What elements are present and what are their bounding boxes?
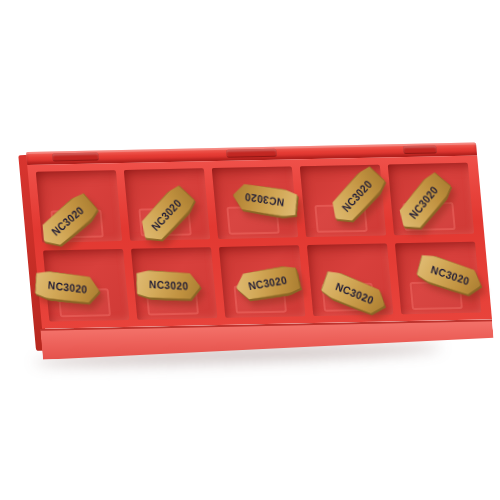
insert: NC3020 [417,261,484,290]
insert-label: NC3020 [339,178,374,214]
insert: NC3020 [321,279,388,308]
insert-case: NC3020 NC3020 NC3020 NC3020 NC3020 [26,143,495,358]
insert: NC3020 [323,181,390,210]
rim-latch-slot [226,149,277,158]
product-photo: NC3020 NC3020 NC3020 NC3020 NC3020 [0,0,500,500]
insert-label: NC3020 [148,278,188,292]
insert-label: NC3020 [245,191,285,209]
insert-label: NC3020 [429,263,470,287]
rim-latch-slot [403,145,437,154]
insert-label: NC3020 [247,274,288,292]
insert: NC3020 [34,207,101,236]
insert: NC3020 [133,200,200,229]
insert: NC3020 [234,268,301,297]
insert-body: NC3020 [232,181,298,218]
insert-body: NC3020 [136,270,201,301]
insert-label: NC3020 [334,280,375,306]
insert: NC3020 [34,273,101,302]
rim-latch-slot [52,152,99,161]
insert-label: NC3020 [406,184,440,221]
insert-label: NC3020 [47,279,87,296]
insert-body: NC3020 [35,270,101,305]
insert: NC3020 [135,270,202,299]
insert-label: NC3020 [148,197,183,233]
insert: NC3020 [390,188,457,217]
insert-body: NC3020 [233,264,302,302]
insert-label: NC3020 [49,204,86,238]
insert: NC3020 [231,185,298,214]
